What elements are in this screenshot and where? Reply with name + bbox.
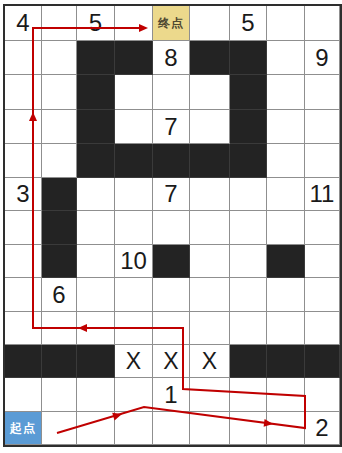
cell-r2c1 bbox=[42, 75, 77, 110]
cell-r3c7 bbox=[267, 110, 305, 144]
cell-r12c2 bbox=[77, 412, 115, 445]
cell-r1c8-number: 9 bbox=[305, 41, 340, 75]
cell-r10c5-forbidden: X bbox=[190, 345, 230, 378]
cell-r11c6 bbox=[230, 378, 267, 412]
cell-r10c7-wall bbox=[267, 345, 305, 378]
cell-r5c0-number: 3 bbox=[5, 178, 42, 211]
cell-r7c4-wall bbox=[153, 245, 190, 278]
cell-r9c6 bbox=[230, 312, 267, 345]
puzzle-grid: 45终点58973711106XXX1起点2 bbox=[3, 4, 342, 447]
cell-r1c1 bbox=[42, 41, 77, 75]
cell-r2c2-wall bbox=[77, 75, 115, 110]
cell-r8c4 bbox=[153, 278, 190, 312]
cell-r1c0 bbox=[5, 41, 42, 75]
cell-r0c8 bbox=[305, 6, 340, 41]
cell-r9c8 bbox=[305, 312, 340, 345]
cell-r8c0 bbox=[5, 278, 42, 312]
cell-r0c3 bbox=[115, 6, 153, 41]
cell-r8c1-number: 6 bbox=[42, 278, 77, 312]
cell-r11c4-number: 1 bbox=[153, 378, 190, 412]
cell-r7c8 bbox=[305, 245, 340, 278]
cell-r11c8 bbox=[305, 378, 340, 412]
cell-r5c8-number: 11 bbox=[305, 178, 340, 211]
cell-r6c0 bbox=[5, 211, 42, 245]
cell-r6c5 bbox=[190, 211, 230, 245]
cell-r12c1 bbox=[42, 412, 77, 445]
cell-r11c0 bbox=[5, 378, 42, 412]
cell-r9c2 bbox=[77, 312, 115, 345]
cell-r0c6-number: 5 bbox=[230, 6, 267, 41]
end-cell: 终点 bbox=[153, 6, 190, 41]
cell-r2c6-wall bbox=[230, 75, 267, 110]
cell-r12c8-number: 2 bbox=[305, 412, 340, 445]
cell-r1c7 bbox=[267, 41, 305, 75]
cell-r12c5 bbox=[190, 412, 230, 445]
cell-r7c3-number: 10 bbox=[115, 245, 153, 278]
cell-r12c6 bbox=[230, 412, 267, 445]
cell-r12c7 bbox=[267, 412, 305, 445]
cell-r11c7 bbox=[267, 378, 305, 412]
cell-r11c1 bbox=[42, 378, 77, 412]
cell-r2c8 bbox=[305, 75, 340, 110]
cell-r1c4-number: 8 bbox=[153, 41, 190, 75]
cell-r3c2-wall bbox=[77, 110, 115, 144]
cell-r7c7-wall bbox=[267, 245, 305, 278]
cell-r0c1 bbox=[42, 6, 77, 41]
cell-r6c6 bbox=[230, 211, 267, 245]
cell-r6c7 bbox=[267, 211, 305, 245]
cell-r5c3 bbox=[115, 178, 153, 211]
cell-r4c6-wall bbox=[230, 144, 267, 178]
cell-r1c5-wall bbox=[190, 41, 230, 75]
cell-r9c3 bbox=[115, 312, 153, 345]
cell-r2c3 bbox=[115, 75, 153, 110]
cell-r11c2 bbox=[77, 378, 115, 412]
cell-r9c4 bbox=[153, 312, 190, 345]
cell-r12c3 bbox=[115, 412, 153, 445]
cell-r9c0 bbox=[5, 312, 42, 345]
cell-r4c2-wall bbox=[77, 144, 115, 178]
cell-r9c5 bbox=[190, 312, 230, 345]
cell-r10c0-wall bbox=[5, 345, 42, 378]
cell-r7c5 bbox=[190, 245, 230, 278]
cell-r4c4-wall bbox=[153, 144, 190, 178]
cell-r5c7 bbox=[267, 178, 305, 211]
cell-r3c0 bbox=[5, 110, 42, 144]
cell-r12c4 bbox=[153, 412, 190, 445]
cell-r8c8 bbox=[305, 278, 340, 312]
cell-r7c2 bbox=[77, 245, 115, 278]
cell-r2c7 bbox=[267, 75, 305, 110]
cell-r9c1 bbox=[42, 312, 77, 345]
cell-r8c5 bbox=[190, 278, 230, 312]
cell-r0c5 bbox=[190, 6, 230, 41]
cell-r2c0 bbox=[5, 75, 42, 110]
cell-r6c3 bbox=[115, 211, 153, 245]
cell-r10c3-forbidden: X bbox=[115, 345, 153, 378]
cell-r3c5 bbox=[190, 110, 230, 144]
cell-r2c4 bbox=[153, 75, 190, 110]
cell-r11c3 bbox=[115, 378, 153, 412]
cell-r6c1-wall bbox=[42, 211, 77, 245]
cell-r5c1-wall bbox=[42, 178, 77, 211]
cell-r10c6-wall bbox=[230, 345, 267, 378]
cell-r10c1-wall bbox=[42, 345, 77, 378]
cell-r4c3-wall bbox=[115, 144, 153, 178]
cell-r0c2-number: 5 bbox=[77, 6, 115, 41]
cell-r0c7 bbox=[267, 6, 305, 41]
cell-r4c7 bbox=[267, 144, 305, 178]
cell-r10c2-wall bbox=[77, 345, 115, 378]
cell-r6c4 bbox=[153, 211, 190, 245]
cell-r8c2 bbox=[77, 278, 115, 312]
cell-r3c6-wall bbox=[230, 110, 267, 144]
cell-r3c8 bbox=[305, 110, 340, 144]
cell-r10c8-wall bbox=[305, 345, 340, 378]
cell-r7c6 bbox=[230, 245, 267, 278]
cell-r3c1 bbox=[42, 110, 77, 144]
cell-r1c6-wall bbox=[230, 41, 267, 75]
cell-r5c5 bbox=[190, 178, 230, 211]
start-cell: 起点 bbox=[5, 412, 42, 445]
cell-r6c2 bbox=[77, 211, 115, 245]
cell-r9c7 bbox=[267, 312, 305, 345]
cell-r8c3 bbox=[115, 278, 153, 312]
cell-r5c4-number: 7 bbox=[153, 178, 190, 211]
cell-r4c1 bbox=[42, 144, 77, 178]
cell-r2c5 bbox=[190, 75, 230, 110]
cell-r7c1-wall bbox=[42, 245, 77, 278]
cell-r11c5 bbox=[190, 378, 230, 412]
cell-r3c4-number: 7 bbox=[153, 110, 190, 144]
cell-r8c7 bbox=[267, 278, 305, 312]
cell-r6c8 bbox=[305, 211, 340, 245]
cell-r1c2-wall bbox=[77, 41, 115, 75]
cell-r0c0-number: 4 bbox=[5, 6, 42, 41]
cell-r4c8 bbox=[305, 144, 340, 178]
cell-r5c6 bbox=[230, 178, 267, 211]
cell-r1c3-wall bbox=[115, 41, 153, 75]
cell-r10c4-forbidden: X bbox=[153, 345, 190, 378]
cell-r8c6 bbox=[230, 278, 267, 312]
cell-r3c3 bbox=[115, 110, 153, 144]
cell-r4c0 bbox=[5, 144, 42, 178]
cell-r5c2 bbox=[77, 178, 115, 211]
cell-r7c0 bbox=[5, 245, 42, 278]
cell-r4c5-wall bbox=[190, 144, 230, 178]
